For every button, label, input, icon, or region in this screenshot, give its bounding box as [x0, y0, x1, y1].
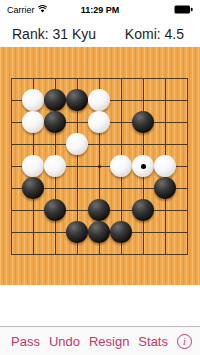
intersection-f3[interactable]: [110, 199, 132, 221]
intersection-e7[interactable]: [88, 111, 110, 133]
intersection-b2[interactable]: [22, 221, 44, 243]
intersection-j8[interactable]: [176, 89, 198, 111]
intersection-c2[interactable]: [44, 221, 66, 243]
intersection-j5[interactable]: [176, 155, 198, 177]
intersection-f4[interactable]: [110, 177, 132, 199]
undo-button[interactable]: Undo: [49, 334, 80, 349]
bottom-toolbar: Pass Undo Resign Stats i: [0, 326, 200, 355]
intersection-h7[interactable]: [154, 111, 176, 133]
intersection-c8[interactable]: [44, 89, 66, 111]
intersection-b6[interactable]: [22, 133, 44, 155]
intersection-d8[interactable]: [66, 89, 88, 111]
intersection-d3[interactable]: [66, 199, 88, 221]
intersection-c7[interactable]: [44, 111, 66, 133]
black-stone: [110, 221, 132, 243]
black-stone: [154, 177, 176, 199]
go-board: [0, 47, 200, 285]
intersection-c6[interactable]: [44, 133, 66, 155]
intersection-c3[interactable]: [44, 199, 66, 221]
intersection-j3[interactable]: [176, 199, 198, 221]
intersection-d6[interactable]: [66, 133, 88, 155]
status-bar: Carrier 11:29 PM: [0, 0, 200, 20]
komi-label: Komi: 4.5: [125, 26, 184, 42]
white-stone: [110, 155, 132, 177]
intersection-g2[interactable]: [132, 221, 154, 243]
intersection-g7[interactable]: [132, 111, 154, 133]
intersection-e8[interactable]: [88, 89, 110, 111]
intersection-g6[interactable]: [132, 133, 154, 155]
intersection-h1[interactable]: [154, 243, 176, 265]
intersection-g8[interactable]: [132, 89, 154, 111]
go-board-grid: [0, 67, 198, 265]
black-stone: [44, 111, 66, 133]
pass-button[interactable]: Pass: [11, 334, 40, 349]
white-stone: [88, 89, 110, 111]
intersection-c9[interactable]: [44, 67, 66, 89]
intersection-e6[interactable]: [88, 133, 110, 155]
intersection-j1[interactable]: [176, 243, 198, 265]
intersection-a7[interactable]: [0, 111, 22, 133]
intersection-h9[interactable]: [154, 67, 176, 89]
black-stone: [88, 221, 110, 243]
intersection-d1[interactable]: [66, 243, 88, 265]
intersection-f7[interactable]: [110, 111, 132, 133]
intersection-d4[interactable]: [66, 177, 88, 199]
black-stone: [66, 221, 88, 243]
info-icon[interactable]: i: [177, 334, 192, 349]
white-stone: [154, 155, 176, 177]
intersection-h5[interactable]: [154, 155, 176, 177]
intersection-e9[interactable]: [88, 67, 110, 89]
resign-button[interactable]: Resign: [89, 334, 129, 349]
intersection-f2[interactable]: [110, 221, 132, 243]
intersection-a4[interactable]: [0, 177, 22, 199]
intersection-j2[interactable]: [176, 221, 198, 243]
intersection-g1[interactable]: [132, 243, 154, 265]
intersection-c5[interactable]: [44, 155, 66, 177]
intersection-e4[interactable]: [88, 177, 110, 199]
intersection-c4[interactable]: [44, 177, 66, 199]
intersection-d5[interactable]: [66, 155, 88, 177]
header: Rank: 31 Kyu Komi: 4.5: [0, 20, 200, 47]
intersection-h6[interactable]: [154, 133, 176, 155]
intersection-b1[interactable]: [22, 243, 44, 265]
black-stone: [22, 177, 44, 199]
white-stone: [44, 155, 66, 177]
intersection-d9[interactable]: [66, 67, 88, 89]
intersection-d7[interactable]: [66, 111, 88, 133]
intersection-b8[interactable]: [22, 89, 44, 111]
intersection-a1[interactable]: [0, 243, 22, 265]
intersection-j6[interactable]: [176, 133, 198, 155]
black-stone: [44, 199, 66, 221]
intersection-a2[interactable]: [0, 221, 22, 243]
intersection-g3[interactable]: [132, 199, 154, 221]
white-stone: [22, 89, 44, 111]
white-stone: [66, 133, 88, 155]
intersection-e1[interactable]: [88, 243, 110, 265]
intersection-f1[interactable]: [110, 243, 132, 265]
intersection-b7[interactable]: [22, 111, 44, 133]
last-move-marker: [141, 164, 146, 169]
intersection-j4[interactable]: [176, 177, 198, 199]
white-stone: [22, 111, 44, 133]
white-stone: [132, 155, 154, 177]
intersection-h8[interactable]: [154, 89, 176, 111]
intersection-b5[interactable]: [22, 155, 44, 177]
status-time: 11:29 PM: [0, 5, 200, 15]
intersection-d2[interactable]: [66, 221, 88, 243]
black-stone: [132, 199, 154, 221]
intersection-e2[interactable]: [88, 221, 110, 243]
intersection-g4[interactable]: [132, 177, 154, 199]
black-stone: [66, 89, 88, 111]
intersection-c1[interactable]: [44, 243, 66, 265]
intersection-h2[interactable]: [154, 221, 176, 243]
intersection-e5[interactable]: [88, 155, 110, 177]
rank-label: Rank: 31 Kyu: [12, 26, 96, 42]
intersection-a9[interactable]: [0, 67, 22, 89]
intersection-f5[interactable]: [110, 155, 132, 177]
white-stone: [22, 155, 44, 177]
black-stone: [132, 111, 154, 133]
intersection-a8[interactable]: [0, 89, 22, 111]
intersection-g9[interactable]: [132, 67, 154, 89]
intersection-h4[interactable]: [154, 177, 176, 199]
stats-button[interactable]: Stats: [138, 334, 168, 349]
intersection-g5[interactable]: [132, 155, 154, 177]
intersection-a3[interactable]: [0, 199, 22, 221]
intersection-a5[interactable]: [0, 155, 22, 177]
intersection-b3[interactable]: [22, 199, 44, 221]
intersection-f9[interactable]: [110, 67, 132, 89]
white-stone: [88, 111, 110, 133]
intersection-e3[interactable]: [88, 199, 110, 221]
intersection-j9[interactable]: [176, 67, 198, 89]
intersection-f8[interactable]: [110, 89, 132, 111]
black-stone: [44, 89, 66, 111]
intersection-b4[interactable]: [22, 177, 44, 199]
intersection-b9[interactable]: [22, 67, 44, 89]
intersection-a6[interactable]: [0, 133, 22, 155]
intersection-j7[interactable]: [176, 111, 198, 133]
black-stone: [88, 199, 110, 221]
intersection-f6[interactable]: [110, 133, 132, 155]
intersection-h3[interactable]: [154, 199, 176, 221]
